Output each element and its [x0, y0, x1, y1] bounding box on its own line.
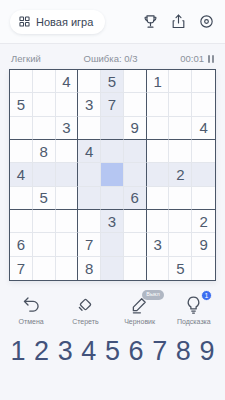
cell-r8c9[interactable]: 9 [192, 233, 215, 256]
cell-r1c8[interactable] [169, 70, 192, 93]
numpad-6[interactable]: 6 [125, 338, 147, 365]
numpad-1[interactable]: 1 [7, 338, 29, 365]
cell-r7c9[interactable]: 2 [192, 210, 215, 233]
trophy-icon[interactable] [142, 13, 159, 30]
numpad-3[interactable]: 3 [54, 338, 76, 365]
erase-label: Стереть [72, 318, 98, 325]
numpad-2[interactable]: 2 [31, 338, 53, 365]
mistakes-counter: Ошибка: 0/3 [84, 53, 138, 64]
cell-r4c4[interactable]: 4 [78, 140, 101, 163]
cell-r7c6[interactable] [124, 210, 147, 233]
cell-r4c1[interactable] [10, 140, 33, 163]
cell-r1c6[interactable] [124, 70, 147, 93]
cell-r8c4[interactable]: 7 [78, 233, 101, 256]
cell-r3c6[interactable]: 9 [124, 117, 147, 140]
cell-r4c5[interactable] [101, 140, 124, 163]
cell-r9c6[interactable] [124, 257, 147, 280]
cell-r1c1[interactable] [10, 70, 33, 93]
cell-r2c5[interactable]: 7 [101, 93, 124, 116]
cell-r5c4[interactable] [78, 163, 101, 186]
cell-r8c8[interactable] [169, 233, 192, 256]
cell-r3c1[interactable] [10, 117, 33, 140]
eraser-icon [75, 294, 96, 315]
cell-r4c8[interactable] [169, 140, 192, 163]
hint-button[interactable]: 1 Подсказка [168, 294, 220, 325]
cell-r2c9[interactable] [192, 93, 215, 116]
sudoku-board: 451537394844256326739785 [9, 69, 216, 281]
cell-r9c3[interactable] [56, 257, 79, 280]
cell-r8c5[interactable] [101, 233, 124, 256]
cell-r1c5[interactable]: 5 [101, 70, 124, 93]
game-toolbar: Отмена Стереть Выкл Черновик 1 [0, 294, 225, 325]
cell-r5c7[interactable] [147, 163, 170, 186]
numpad-7[interactable]: 7 [149, 338, 171, 365]
cell-r2c1[interactable]: 5 [10, 93, 33, 116]
cell-r4c7[interactable] [147, 140, 170, 163]
cell-r9c2[interactable] [33, 257, 56, 280]
cell-r1c2[interactable] [33, 70, 56, 93]
numpad-4[interactable]: 4 [78, 338, 100, 365]
cell-r9c5[interactable] [101, 257, 124, 280]
cell-r3c3[interactable]: 3 [56, 117, 79, 140]
cell-r4c9[interactable] [192, 140, 215, 163]
cell-r5c8[interactable]: 2 [169, 163, 192, 186]
cell-r5c3[interactable] [56, 163, 79, 186]
cell-r5c5[interactable] [101, 163, 124, 186]
number-pad: 123456789 [0, 338, 225, 365]
status-bar: Легкий Ошибка: 0/3 00:01 [0, 44, 225, 69]
topbar-icons [142, 13, 215, 30]
cell-r5c9[interactable] [192, 163, 215, 186]
cell-r2c2[interactable] [33, 93, 56, 116]
share-icon[interactable] [170, 13, 187, 30]
cell-r9c8[interactable]: 5 [169, 257, 192, 280]
cell-r1c9[interactable] [192, 70, 215, 93]
pause-icon[interactable] [208, 55, 214, 63]
cell-r8c1[interactable]: 6 [10, 233, 33, 256]
timer: 00:01 [180, 53, 204, 64]
cell-r2c3[interactable] [56, 93, 79, 116]
cell-r6c8[interactable] [169, 187, 192, 210]
draft-label: Черновик [124, 318, 155, 325]
cell-r9c1[interactable]: 7 [10, 257, 33, 280]
grid-icon [18, 15, 31, 28]
cell-r3c4[interactable] [78, 117, 101, 140]
cell-r6c3[interactable] [56, 187, 79, 210]
numpad-8[interactable]: 8 [172, 338, 194, 365]
cell-r2c6[interactable] [124, 93, 147, 116]
cell-r1c7[interactable]: 1 [147, 70, 170, 93]
cell-r3c9[interactable]: 4 [192, 117, 215, 140]
new-game-button[interactable]: Новая игра [10, 10, 105, 34]
cell-r2c4[interactable]: 3 [78, 93, 101, 116]
undo-button[interactable]: Отмена [5, 294, 57, 325]
cell-r3c5[interactable] [101, 117, 124, 140]
hint-count-badge: 1 [201, 290, 212, 301]
cell-r6c9[interactable] [192, 187, 215, 210]
cell-r9c9[interactable] [192, 257, 215, 280]
settings-icon[interactable] [198, 13, 215, 30]
cell-r4c3[interactable] [56, 140, 79, 163]
cell-r6c6[interactable]: 6 [124, 187, 147, 210]
numpad-9[interactable]: 9 [196, 338, 218, 365]
cell-r2c7[interactable] [147, 93, 170, 116]
cell-r7c8[interactable] [169, 210, 192, 233]
cell-r9c7[interactable] [147, 257, 170, 280]
cell-r7c3[interactable] [56, 210, 79, 233]
cell-r7c1[interactable] [10, 210, 33, 233]
cell-r3c2[interactable] [33, 117, 56, 140]
erase-button[interactable]: Стереть [59, 294, 111, 325]
cell-r8c2[interactable] [33, 233, 56, 256]
cell-r8c6[interactable] [124, 233, 147, 256]
draft-toggle-badge: Выкл [142, 290, 163, 300]
hint-label: Подсказка [177, 318, 211, 325]
cell-r6c2[interactable]: 5 [33, 187, 56, 210]
cell-r5c6[interactable] [124, 163, 147, 186]
cell-r3c7[interactable] [147, 117, 170, 140]
cell-r5c2[interactable] [33, 163, 56, 186]
cell-r6c5[interactable] [101, 187, 124, 210]
undo-label: Отмена [19, 318, 44, 325]
difficulty-label: Легкий [11, 53, 41, 64]
cell-r4c6[interactable] [124, 140, 147, 163]
cell-r6c1[interactable] [10, 187, 33, 210]
cell-r6c4[interactable] [78, 187, 101, 210]
cell-r7c2[interactable] [33, 210, 56, 233]
cell-r7c4[interactable] [78, 210, 101, 233]
cell-r7c7[interactable] [147, 210, 170, 233]
cell-r2c8[interactable] [169, 93, 192, 116]
undo-icon [21, 294, 42, 315]
cell-r8c3[interactable] [56, 233, 79, 256]
cell-r8c7[interactable]: 3 [147, 233, 170, 256]
new-game-label: Новая игра [36, 16, 93, 28]
draft-button[interactable]: Выкл Черновик [114, 294, 166, 325]
cell-r7c5[interactable]: 3 [101, 210, 124, 233]
cell-r9c4[interactable]: 8 [78, 257, 101, 280]
cell-r4c2[interactable]: 8 [33, 140, 56, 163]
cell-r3c8[interactable] [169, 117, 192, 140]
numpad-5[interactable]: 5 [102, 338, 124, 365]
top-bar: Новая игра [0, 0, 225, 44]
cell-r1c4[interactable] [78, 70, 101, 93]
cell-r1c3[interactable]: 4 [56, 70, 79, 93]
cell-r5c1[interactable]: 4 [10, 163, 33, 186]
cell-r6c7[interactable] [147, 187, 170, 210]
